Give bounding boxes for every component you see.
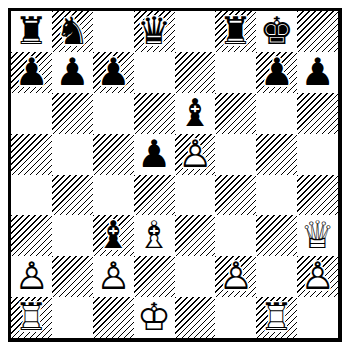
black-pawn-icon: ♟ (11, 52, 52, 93)
square-b8: ♞ (52, 11, 93, 52)
square-g2 (256, 256, 297, 297)
square-d3: ♝♗ (134, 215, 175, 256)
square-g7: ♟ (256, 52, 297, 93)
square-b1 (52, 297, 93, 338)
white-king-icon: ♚♔ (134, 297, 175, 338)
square-d8: ♛ (134, 11, 175, 52)
square-a1: ♜♖ (11, 297, 52, 338)
black-king-icon: ♚ (256, 11, 297, 52)
black-bishop-icon: ♝ (175, 93, 216, 134)
black-pawn-icon: ♟ (297, 52, 338, 93)
square-h5 (297, 134, 338, 175)
chess-board: ♜♞♛♜♚♟♟♟♟♟♝♟♟♙♝♝♗♛♕♟♙♟♙♟♙♟♙♜♖♚♔♜♖ (11, 11, 338, 338)
square-e2 (175, 256, 216, 297)
square-h1 (297, 297, 338, 338)
square-e6: ♝ (175, 93, 216, 134)
white-bishop-icon: ♝♗ (134, 215, 175, 256)
square-d5: ♟ (134, 134, 175, 175)
square-f8: ♜ (215, 11, 256, 52)
black-bishop-icon: ♝ (93, 215, 134, 256)
square-f7 (215, 52, 256, 93)
square-e4 (175, 175, 216, 216)
square-a4 (11, 175, 52, 216)
square-c6 (93, 93, 134, 134)
square-d4 (134, 175, 175, 216)
square-d6 (134, 93, 175, 134)
square-e1 (175, 297, 216, 338)
square-a8: ♜ (11, 11, 52, 52)
square-a7: ♟ (11, 52, 52, 93)
square-a3 (11, 215, 52, 256)
square-g6 (256, 93, 297, 134)
square-b7: ♟ (52, 52, 93, 93)
square-f6 (215, 93, 256, 134)
square-b3 (52, 215, 93, 256)
square-e3 (175, 215, 216, 256)
square-e8 (175, 11, 216, 52)
square-c7: ♟ (93, 52, 134, 93)
square-f2: ♟♙ (215, 256, 256, 297)
white-pawn-icon: ♟♙ (297, 256, 338, 297)
square-h6 (297, 93, 338, 134)
black-pawn-icon: ♟ (52, 52, 93, 93)
white-pawn-icon: ♟♙ (175, 134, 216, 175)
square-a5 (11, 134, 52, 175)
square-g8: ♚ (256, 11, 297, 52)
square-b6 (52, 93, 93, 134)
square-c5 (93, 134, 134, 175)
square-b5 (52, 134, 93, 175)
square-f1 (215, 297, 256, 338)
square-h7: ♟ (297, 52, 338, 93)
square-d7 (134, 52, 175, 93)
square-e7 (175, 52, 216, 93)
square-h2: ♟♙ (297, 256, 338, 297)
white-pawn-icon: ♟♙ (11, 256, 52, 297)
black-rook-icon: ♜ (11, 11, 52, 52)
square-d2 (134, 256, 175, 297)
square-b2 (52, 256, 93, 297)
square-h3: ♛♕ (297, 215, 338, 256)
white-pawn-icon: ♟♙ (93, 256, 134, 297)
square-e5: ♟♙ (175, 134, 216, 175)
black-pawn-icon: ♟ (256, 52, 297, 93)
square-f3 (215, 215, 256, 256)
black-queen-icon: ♛ (134, 11, 175, 52)
square-c2: ♟♙ (93, 256, 134, 297)
square-d1: ♚♔ (134, 297, 175, 338)
square-g1: ♜♖ (256, 297, 297, 338)
square-f5 (215, 134, 256, 175)
black-knight-icon: ♞ (52, 11, 93, 52)
black-pawn-icon: ♟ (93, 52, 134, 93)
square-c1 (93, 297, 134, 338)
square-f4 (215, 175, 256, 216)
square-b4 (52, 175, 93, 216)
white-queen-icon: ♛♕ (297, 215, 338, 256)
square-c3: ♝ (93, 215, 134, 256)
square-a6 (11, 93, 52, 134)
black-pawn-icon: ♟ (134, 134, 175, 175)
square-g4 (256, 175, 297, 216)
white-pawn-icon: ♟♙ (215, 256, 256, 297)
square-g5 (256, 134, 297, 175)
black-rook-icon: ♜ (215, 11, 256, 52)
square-a2: ♟♙ (11, 256, 52, 297)
white-rook-icon: ♜♖ (256, 297, 297, 338)
square-c4 (93, 175, 134, 216)
white-rook-icon: ♜♖ (11, 297, 52, 338)
board-frame: ♜♞♛♜♚♟♟♟♟♟♝♟♟♙♝♝♗♛♕♟♙♟♙♟♙♟♙♜♖♚♔♜♖ (8, 8, 342, 342)
square-c8 (93, 11, 134, 52)
square-h4 (297, 175, 338, 216)
square-g3 (256, 215, 297, 256)
square-h8 (297, 11, 338, 52)
